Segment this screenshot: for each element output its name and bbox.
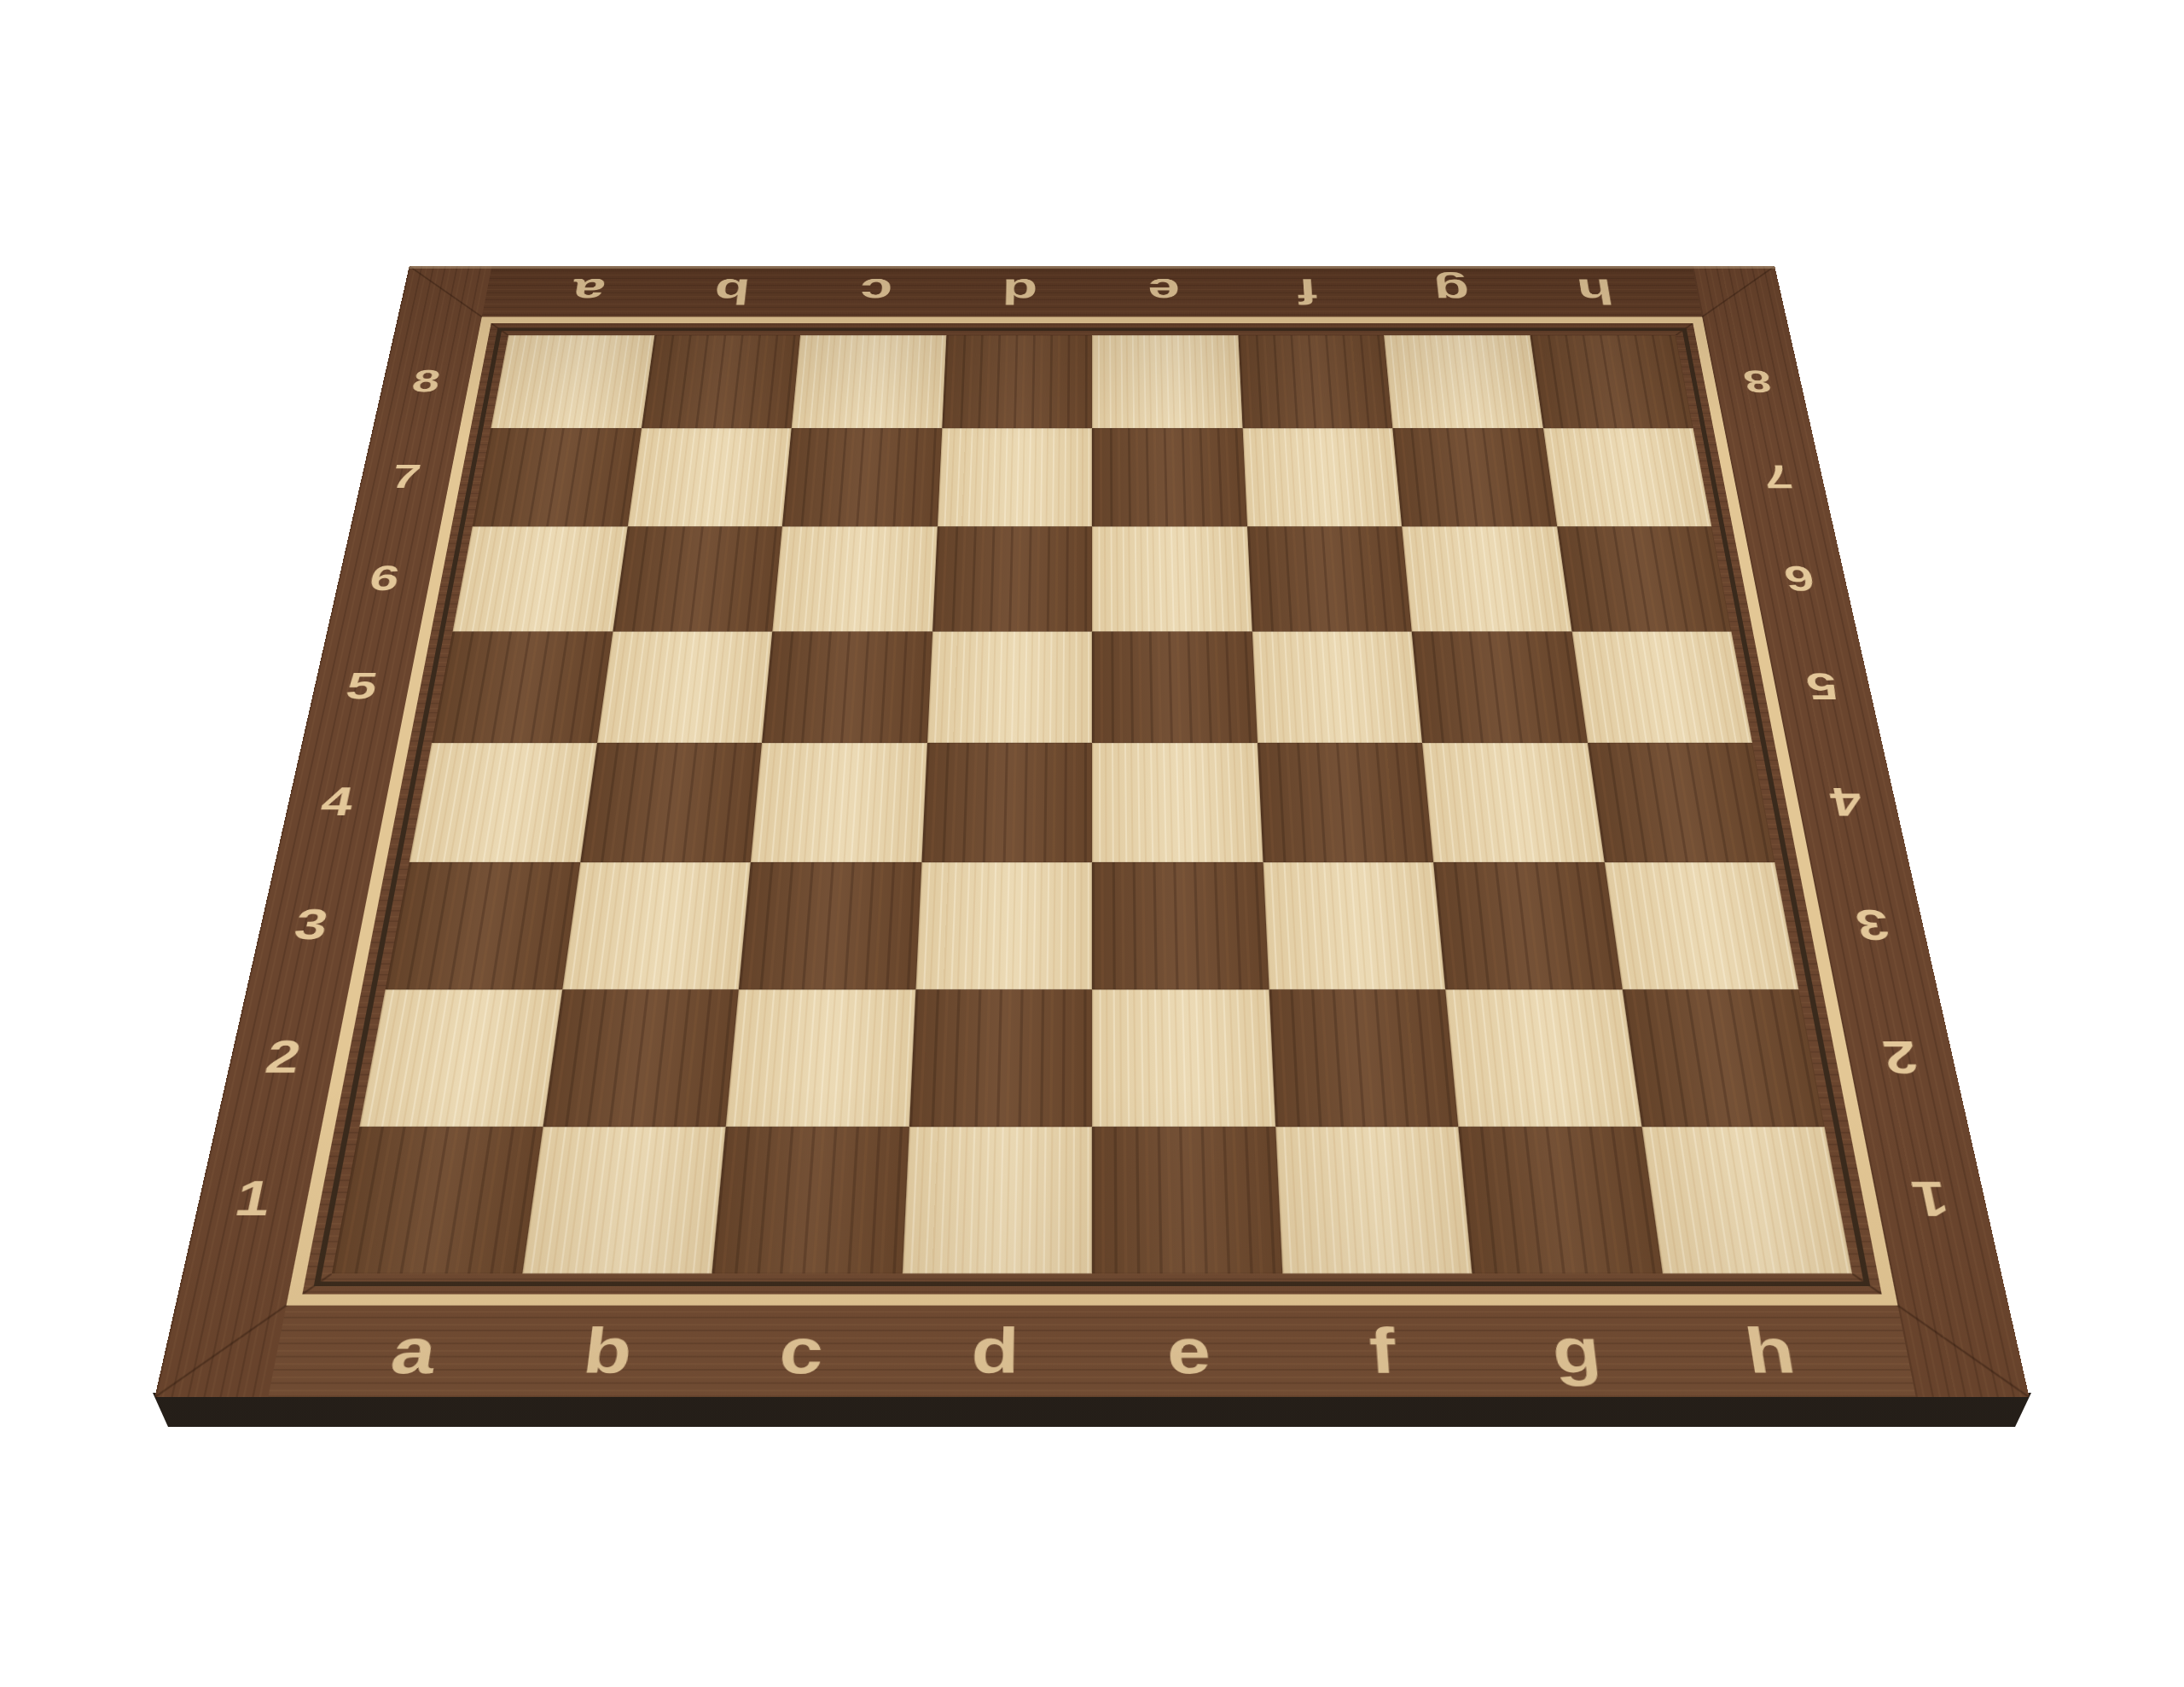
square-g3[interactable]	[1433, 862, 1622, 990]
square-g2[interactable]	[1445, 989, 1641, 1126]
rank-label-left-8: 8	[373, 335, 478, 428]
square-h2[interactable]	[1622, 989, 1824, 1126]
square-d6[interactable]	[932, 526, 1092, 631]
file-label-top-c: c	[802, 266, 950, 316]
square-c1[interactable]	[712, 1127, 909, 1274]
square-a8[interactable]	[491, 335, 653, 428]
square-a1[interactable]	[332, 1127, 543, 1274]
square-b7[interactable]	[627, 428, 791, 526]
file-label-bottom-c: c	[700, 1306, 901, 1398]
square-g4[interactable]	[1422, 743, 1604, 862]
square-e3[interactable]	[1092, 862, 1269, 990]
file-label-bottom-g: g	[1475, 1306, 1680, 1398]
file-glyph-e: e	[1166, 1319, 1211, 1383]
square-g8[interactable]	[1384, 335, 1542, 428]
square-e2[interactable]	[1092, 989, 1275, 1126]
file-label-bottom-a: a	[309, 1306, 518, 1398]
square-d1[interactable]	[902, 1127, 1092, 1274]
file-label-bottom-e: e	[1092, 1306, 1288, 1398]
rank-glyph-2: 2	[1879, 1035, 1922, 1080]
file-label-top-a: a	[512, 266, 664, 316]
square-h5[interactable]	[1571, 631, 1752, 743]
file-glyph-g: g	[1548, 1319, 1604, 1383]
rank-glyph-3: 3	[291, 904, 332, 946]
file-label-bottom-h: h	[1667, 1306, 1876, 1398]
square-c7[interactable]	[782, 428, 942, 526]
file-glyph-c: c	[859, 274, 894, 309]
file-labels-top: abcdefgh	[512, 266, 1672, 316]
file-glyph-b: b	[580, 1319, 636, 1383]
square-f6[interactable]	[1247, 526, 1412, 631]
file-label-bottom-b: b	[504, 1306, 709, 1398]
square-h8[interactable]	[1530, 335, 1693, 428]
rank-glyph-5: 5	[343, 668, 380, 704]
file-label-top-e: e	[1092, 266, 1237, 316]
square-h1[interactable]	[1641, 1127, 1852, 1274]
file-label-bottom-f: f	[1284, 1306, 1484, 1398]
file-labels-bottom: abcdefgh	[309, 1306, 1876, 1398]
square-f7[interactable]	[1242, 428, 1402, 526]
square-b4[interactable]	[580, 743, 762, 862]
square-a5[interactable]	[432, 631, 613, 743]
square-a4[interactable]	[409, 743, 597, 862]
square-e8[interactable]	[1092, 335, 1242, 428]
square-e1[interactable]	[1092, 1127, 1282, 1274]
square-b3[interactable]	[562, 862, 751, 990]
rank-glyph-8: 8	[1741, 366, 1775, 397]
square-d2[interactable]	[909, 989, 1092, 1126]
square-b6[interactable]	[613, 526, 782, 631]
file-label-top-b: b	[657, 266, 807, 316]
file-label-bottom-d: d	[896, 1306, 1092, 1398]
square-h7[interactable]	[1542, 428, 1711, 526]
square-b1[interactable]	[522, 1127, 726, 1274]
square-c5[interactable]	[762, 631, 932, 743]
file-label-top-f: f	[1234, 266, 1382, 316]
square-b8[interactable]	[642, 335, 800, 428]
square-e4[interactable]	[1092, 743, 1263, 862]
square-g1[interactable]	[1458, 1127, 1662, 1274]
rank-glyph-7: 7	[1761, 461, 1796, 493]
file-glyph-c: c	[777, 1319, 825, 1383]
square-c8[interactable]	[792, 335, 946, 428]
file-glyph-a: a	[387, 1319, 441, 1383]
rank-label-right-6: 6	[1744, 526, 1857, 631]
rank-glyph-8: 8	[409, 366, 444, 397]
file-glyph-a: a	[569, 274, 607, 309]
file-glyph-f: f	[1368, 1319, 1398, 1383]
square-g7[interactable]	[1392, 428, 1556, 526]
square-f8[interactable]	[1238, 335, 1392, 428]
square-f2[interactable]	[1269, 989, 1458, 1126]
file-glyph-d: d	[1002, 274, 1037, 309]
file-glyph-d: d	[970, 1319, 1019, 1383]
square-e6[interactable]	[1092, 526, 1252, 631]
square-g5[interactable]	[1412, 631, 1588, 743]
rank-glyph-4: 4	[317, 782, 357, 821]
rank-glyph-6: 6	[1781, 561, 1818, 596]
rank-glyph-1: 1	[231, 1174, 276, 1223]
file-glyph-f: f	[1297, 274, 1319, 309]
square-c4[interactable]	[751, 743, 927, 862]
square-a6[interactable]	[453, 526, 628, 631]
photo-canvas: abcdefgh abcdefgh 87654321 87654321	[0, 0, 2184, 1687]
file-label-top-h: h	[1520, 266, 1672, 316]
file-label-top-d: d	[947, 266, 1092, 316]
square-h4[interactable]	[1588, 743, 1775, 862]
rank-label-right-7: 7	[1724, 428, 1833, 526]
square-e5[interactable]	[1092, 631, 1258, 743]
square-d5[interactable]	[927, 631, 1093, 743]
square-b2[interactable]	[543, 989, 739, 1126]
rank-glyph-2: 2	[262, 1035, 305, 1080]
file-glyph-h: h	[1575, 274, 1616, 309]
square-e7[interactable]	[1092, 428, 1247, 526]
square-d8[interactable]	[942, 335, 1092, 428]
square-f4[interactable]	[1258, 743, 1434, 862]
square-h6[interactable]	[1557, 526, 1732, 631]
rank-label-right-8: 8	[1706, 335, 1811, 428]
square-a2[interactable]	[359, 989, 561, 1126]
rank-glyph-6: 6	[366, 561, 403, 596]
square-b5[interactable]	[597, 631, 773, 743]
square-a3[interactable]	[386, 862, 580, 990]
square-d4[interactable]	[921, 743, 1092, 862]
rank-glyph-4: 4	[1827, 782, 1867, 821]
square-c3[interactable]	[739, 862, 921, 990]
square-c6[interactable]	[772, 526, 937, 631]
board-field	[332, 335, 1852, 1273]
file-label-top-g: g	[1377, 266, 1527, 316]
file-glyph-h: h	[1741, 1319, 1799, 1383]
square-d3[interactable]	[915, 862, 1092, 990]
file-glyph-g: g	[1432, 274, 1471, 309]
file-glyph-b: b	[712, 274, 752, 309]
rank-glyph-3: 3	[1852, 904, 1893, 946]
square-h3[interactable]	[1604, 862, 1798, 990]
square-a7[interactable]	[473, 428, 642, 526]
square-f5[interactable]	[1252, 631, 1422, 743]
rank-glyph-7: 7	[388, 461, 423, 493]
square-c2[interactable]	[726, 989, 915, 1126]
square-f1[interactable]	[1275, 1127, 1472, 1274]
rank-glyph-1: 1	[1908, 1174, 1953, 1223]
chessboard: abcdefgh abcdefgh 87654321 87654321	[154, 266, 2029, 1397]
file-glyph-e: e	[1147, 274, 1181, 309]
square-f3[interactable]	[1263, 862, 1445, 990]
square-g6[interactable]	[1402, 526, 1571, 631]
rank-glyph-5: 5	[1804, 668, 1841, 704]
square-d7[interactable]	[937, 428, 1092, 526]
